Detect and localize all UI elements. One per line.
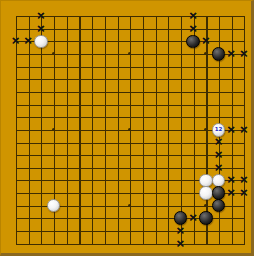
x-mark-p3[interactable]: × — [189, 212, 198, 223]
star-point-d10 — [52, 128, 55, 131]
x-mark-s5[interactable]: × — [227, 187, 236, 198]
x-mark-r9[interactable]: × — [214, 136, 223, 147]
x-mark-t10[interactable]: × — [239, 124, 248, 135]
white-stone-d4[interactable] — [47, 199, 61, 213]
x-mark-s16[interactable]: × — [227, 48, 236, 59]
x-mark-r8[interactable]: × — [214, 149, 223, 160]
star-point-q4 — [204, 204, 207, 207]
star-point-d16 — [52, 52, 55, 55]
star-point-q10 — [204, 128, 207, 131]
white-stone-q5[interactable] — [199, 186, 213, 200]
move-number-label-r10: 12 — [215, 127, 223, 133]
white-stone-c17[interactable] — [34, 35, 48, 49]
x-mark-r7[interactable]: × — [214, 162, 223, 173]
x-mark-p19[interactable]: × — [189, 10, 198, 21]
x-mark-c18[interactable]: × — [36, 23, 45, 34]
x-mark-o2[interactable]: × — [176, 225, 185, 236]
go-board[interactable]: ×××××××××××××××××××××12 — [9, 10, 250, 250]
star-point-k16 — [128, 52, 131, 55]
x-mark-q17[interactable]: × — [201, 35, 210, 46]
black-stone-r4[interactable] — [212, 199, 226, 213]
star-point-k10 — [128, 128, 131, 131]
white-stone-q6[interactable] — [199, 174, 213, 188]
white-stone-r6[interactable] — [212, 174, 226, 188]
x-mark-t16[interactable]: × — [239, 48, 248, 59]
star-point-q16 — [204, 52, 207, 55]
x-mark-p18[interactable]: × — [189, 23, 198, 34]
black-stone-q3[interactable] — [199, 211, 213, 225]
black-stone-r5[interactable] — [212, 186, 226, 200]
x-mark-s10[interactable]: × — [227, 124, 236, 135]
x-mark-c19[interactable]: × — [36, 10, 45, 21]
x-mark-t6[interactable]: × — [239, 174, 248, 185]
x-mark-s6[interactable]: × — [227, 174, 236, 185]
x-mark-b17[interactable]: × — [24, 35, 33, 46]
x-mark-a17[interactable]: × — [11, 35, 20, 46]
x-mark-t5[interactable]: × — [239, 187, 248, 198]
go-board-screenshot: ×××××××××××××××××××××12 — [0, 0, 254, 256]
star-point-k4 — [128, 204, 131, 207]
x-mark-o1[interactable]: × — [176, 238, 185, 249]
black-stone-r16[interactable] — [212, 47, 226, 61]
black-stone-p17[interactable] — [186, 35, 200, 49]
